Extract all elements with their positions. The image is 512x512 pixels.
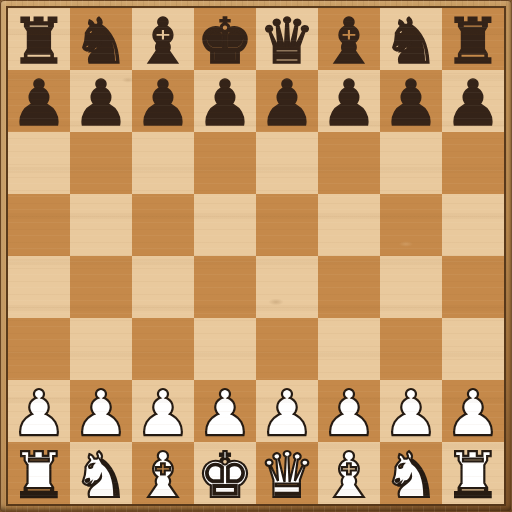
- square-f4[interactable]: [318, 256, 380, 318]
- black-pawn[interactable]: ♟: [383, 72, 439, 135]
- white-pawn[interactable]: ♟: [11, 382, 67, 445]
- square-h4[interactable]: [442, 256, 504, 318]
- square-a4[interactable]: [8, 256, 70, 318]
- white-pawn[interactable]: ♟: [259, 382, 315, 445]
- square-e3[interactable]: [256, 318, 318, 380]
- white-bishop[interactable]: ♝: [135, 444, 191, 507]
- square-e6[interactable]: [256, 132, 318, 194]
- square-h6[interactable]: [442, 132, 504, 194]
- square-f3[interactable]: [318, 318, 380, 380]
- square-g3[interactable]: [380, 318, 442, 380]
- square-b4[interactable]: [70, 256, 132, 318]
- square-g1[interactable]: ♞: [380, 442, 442, 504]
- square-f5[interactable]: [318, 194, 380, 256]
- square-c1[interactable]: ♝: [132, 442, 194, 504]
- square-a8[interactable]: ♜: [8, 8, 70, 70]
- square-a5[interactable]: [8, 194, 70, 256]
- square-e7[interactable]: ♟: [256, 70, 318, 132]
- square-d2[interactable]: ♟: [194, 380, 256, 442]
- chess-board[interactable]: ♜♞♝♚♛♝♞♜♟♟♟♟♟♟♟♟♟♟♟♟♟♟♟♟♜♞♝♚♛♝♞♜: [8, 8, 504, 504]
- white-rook[interactable]: ♜: [445, 444, 501, 507]
- white-queen[interactable]: ♛: [259, 444, 315, 507]
- square-f1[interactable]: ♝: [318, 442, 380, 504]
- square-c7[interactable]: ♟: [132, 70, 194, 132]
- square-b8[interactable]: ♞: [70, 8, 132, 70]
- black-pawn[interactable]: ♟: [259, 72, 315, 135]
- square-d3[interactable]: [194, 318, 256, 380]
- square-b6[interactable]: [70, 132, 132, 194]
- board-frame: ♜♞♝♚♛♝♞♜♟♟♟♟♟♟♟♟♟♟♟♟♟♟♟♟♜♞♝♚♛♝♞♜: [0, 0, 512, 512]
- square-c3[interactable]: [132, 318, 194, 380]
- square-d5[interactable]: [194, 194, 256, 256]
- square-f6[interactable]: [318, 132, 380, 194]
- square-h2[interactable]: ♟: [442, 380, 504, 442]
- square-h5[interactable]: [442, 194, 504, 256]
- square-h3[interactable]: [442, 318, 504, 380]
- black-pawn[interactable]: ♟: [135, 72, 191, 135]
- square-g6[interactable]: [380, 132, 442, 194]
- square-h8[interactable]: ♜: [442, 8, 504, 70]
- black-queen[interactable]: ♛: [259, 10, 315, 73]
- square-g8[interactable]: ♞: [380, 8, 442, 70]
- square-g5[interactable]: [380, 194, 442, 256]
- square-b2[interactable]: ♟: [70, 380, 132, 442]
- square-f7[interactable]: ♟: [318, 70, 380, 132]
- square-c4[interactable]: [132, 256, 194, 318]
- square-d1[interactable]: ♚: [194, 442, 256, 504]
- white-pawn[interactable]: ♟: [321, 382, 377, 445]
- square-a3[interactable]: [8, 318, 70, 380]
- square-d4[interactable]: [194, 256, 256, 318]
- square-a6[interactable]: [8, 132, 70, 194]
- white-pawn[interactable]: ♟: [383, 382, 439, 445]
- square-g7[interactable]: ♟: [380, 70, 442, 132]
- white-king[interactable]: ♚: [197, 444, 253, 507]
- black-bishop[interactable]: ♝: [135, 10, 191, 73]
- black-rook[interactable]: ♜: [11, 10, 67, 73]
- black-pawn[interactable]: ♟: [11, 72, 67, 135]
- black-knight[interactable]: ♞: [383, 10, 439, 73]
- black-pawn[interactable]: ♟: [197, 72, 253, 135]
- square-e1[interactable]: ♛: [256, 442, 318, 504]
- square-c8[interactable]: ♝: [132, 8, 194, 70]
- black-king[interactable]: ♚: [197, 10, 253, 73]
- square-c2[interactable]: ♟: [132, 380, 194, 442]
- white-pawn[interactable]: ♟: [197, 382, 253, 445]
- square-b7[interactable]: ♟: [70, 70, 132, 132]
- square-d8[interactable]: ♚: [194, 8, 256, 70]
- white-knight[interactable]: ♞: [73, 444, 129, 507]
- square-e8[interactable]: ♛: [256, 8, 318, 70]
- white-pawn[interactable]: ♟: [445, 382, 501, 445]
- square-c6[interactable]: [132, 132, 194, 194]
- black-pawn[interactable]: ♟: [445, 72, 501, 135]
- black-knight[interactable]: ♞: [73, 10, 129, 73]
- black-rook[interactable]: ♜: [445, 10, 501, 73]
- white-pawn[interactable]: ♟: [73, 382, 129, 445]
- square-b1[interactable]: ♞: [70, 442, 132, 504]
- white-rook[interactable]: ♜: [11, 444, 67, 507]
- square-a1[interactable]: ♜: [8, 442, 70, 504]
- square-f8[interactable]: ♝: [318, 8, 380, 70]
- square-a7[interactable]: ♟: [8, 70, 70, 132]
- square-c5[interactable]: [132, 194, 194, 256]
- square-e5[interactable]: [256, 194, 318, 256]
- square-h7[interactable]: ♟: [442, 70, 504, 132]
- square-h1[interactable]: ♜: [442, 442, 504, 504]
- white-knight[interactable]: ♞: [383, 444, 439, 507]
- square-e2[interactable]: ♟: [256, 380, 318, 442]
- black-pawn[interactable]: ♟: [73, 72, 129, 135]
- white-bishop[interactable]: ♝: [321, 444, 377, 507]
- square-d6[interactable]: [194, 132, 256, 194]
- black-pawn[interactable]: ♟: [321, 72, 377, 135]
- square-d7[interactable]: ♟: [194, 70, 256, 132]
- square-g4[interactable]: [380, 256, 442, 318]
- square-b3[interactable]: [70, 318, 132, 380]
- square-f2[interactable]: ♟: [318, 380, 380, 442]
- square-g2[interactable]: ♟: [380, 380, 442, 442]
- square-b5[interactable]: [70, 194, 132, 256]
- square-e4[interactable]: [256, 256, 318, 318]
- black-bishop[interactable]: ♝: [321, 10, 377, 73]
- white-pawn[interactable]: ♟: [135, 382, 191, 445]
- square-a2[interactable]: ♟: [8, 380, 70, 442]
